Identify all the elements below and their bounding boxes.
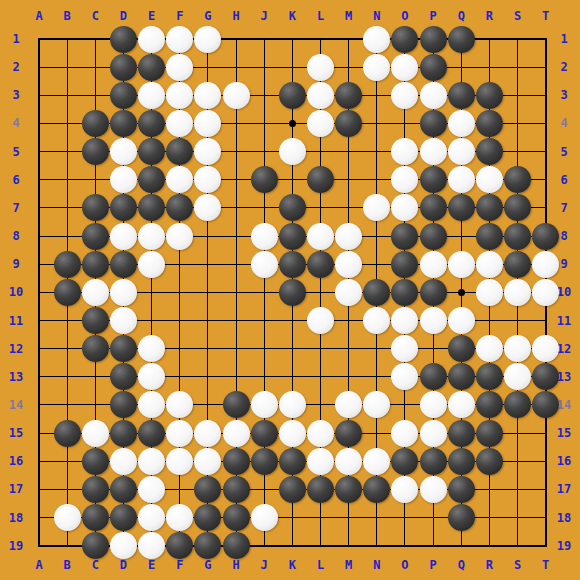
stone-white-g3[interactable] bbox=[194, 82, 221, 109]
stone-black-p13[interactable] bbox=[420, 363, 447, 390]
stone-white-m9[interactable] bbox=[335, 251, 362, 278]
stone-white-l4[interactable] bbox=[307, 110, 334, 137]
stone-white-s12[interactable] bbox=[504, 335, 531, 362]
stone-white-l2[interactable] bbox=[307, 54, 334, 81]
col-label-bottom-g: G bbox=[198, 557, 218, 573]
stone-black-k3[interactable] bbox=[279, 82, 306, 109]
stone-white-l15[interactable] bbox=[307, 420, 334, 447]
stone-black-r5[interactable] bbox=[476, 138, 503, 165]
col-label-top-m: M bbox=[339, 8, 359, 24]
stone-black-p10[interactable] bbox=[420, 279, 447, 306]
stone-black-l9[interactable] bbox=[307, 251, 334, 278]
stone-white-f3[interactable] bbox=[166, 82, 193, 109]
stone-black-d2[interactable] bbox=[110, 54, 137, 81]
stone-black-b10[interactable] bbox=[54, 279, 81, 306]
stone-white-q14[interactable] bbox=[448, 391, 475, 418]
stone-black-d3[interactable] bbox=[110, 82, 137, 109]
stone-white-k15[interactable] bbox=[279, 420, 306, 447]
stone-white-s13[interactable] bbox=[504, 363, 531, 390]
stone-white-g1[interactable] bbox=[194, 26, 221, 53]
stone-white-m14[interactable] bbox=[335, 391, 362, 418]
stone-white-t10[interactable] bbox=[532, 279, 559, 306]
stone-black-m4[interactable] bbox=[335, 110, 362, 137]
stone-white-d16[interactable] bbox=[110, 448, 137, 475]
stone-black-q16[interactable] bbox=[448, 448, 475, 475]
stone-black-b15[interactable] bbox=[54, 420, 81, 447]
col-label-bottom-t: T bbox=[536, 557, 556, 573]
col-label-top-o: O bbox=[395, 8, 415, 24]
stone-black-p4[interactable] bbox=[420, 110, 447, 137]
stone-black-g18[interactable] bbox=[194, 504, 221, 531]
col-label-bottom-f: F bbox=[170, 557, 190, 573]
stone-black-d9[interactable] bbox=[110, 251, 137, 278]
stone-white-n2[interactable] bbox=[363, 54, 390, 81]
stone-white-d5[interactable] bbox=[110, 138, 137, 165]
stone-black-q7[interactable] bbox=[448, 194, 475, 221]
col-label-top-g: G bbox=[198, 8, 218, 24]
stone-black-d7[interactable] bbox=[110, 194, 137, 221]
stone-black-j16[interactable] bbox=[251, 448, 278, 475]
stone-white-o6[interactable] bbox=[391, 166, 418, 193]
stone-black-b9[interactable] bbox=[54, 251, 81, 278]
row-label-right-6: 6 bbox=[551, 172, 577, 188]
stone-black-c4[interactable] bbox=[82, 110, 109, 137]
stone-white-e19[interactable] bbox=[138, 532, 165, 559]
stone-white-q9[interactable] bbox=[448, 251, 475, 278]
stone-white-m10[interactable] bbox=[335, 279, 362, 306]
stone-black-q12[interactable] bbox=[448, 335, 475, 362]
stone-white-k14[interactable] bbox=[279, 391, 306, 418]
stone-black-r3[interactable] bbox=[476, 82, 503, 109]
stone-black-k17[interactable] bbox=[279, 476, 306, 503]
star-point-k4 bbox=[289, 120, 296, 127]
row-label-left-11: 11 bbox=[3, 313, 29, 329]
go-board[interactable]: AABBCCDDEEFFGGHHJJKKLLMMNNOOPPQQRRSSTT11… bbox=[0, 0, 580, 580]
row-label-right-17: 17 bbox=[551, 481, 577, 497]
row-label-left-6: 6 bbox=[3, 172, 29, 188]
stone-white-p3[interactable] bbox=[420, 82, 447, 109]
row-label-right-11: 11 bbox=[551, 313, 577, 329]
stone-white-c15[interactable] bbox=[82, 420, 109, 447]
stone-black-d18[interactable] bbox=[110, 504, 137, 531]
stone-white-e9[interactable] bbox=[138, 251, 165, 278]
stone-white-g15[interactable] bbox=[194, 420, 221, 447]
stone-white-r12[interactable] bbox=[476, 335, 503, 362]
stone-black-d12[interactable] bbox=[110, 335, 137, 362]
col-label-top-f: F bbox=[170, 8, 190, 24]
stone-white-p5[interactable] bbox=[420, 138, 447, 165]
stone-white-d11[interactable] bbox=[110, 307, 137, 334]
stone-white-o11[interactable] bbox=[391, 307, 418, 334]
stone-white-p17[interactable] bbox=[420, 476, 447, 503]
stone-white-j18[interactable] bbox=[251, 504, 278, 531]
col-label-bottom-m: M bbox=[339, 557, 359, 573]
stone-white-f6[interactable] bbox=[166, 166, 193, 193]
row-label-left-7: 7 bbox=[3, 200, 29, 216]
col-label-bottom-h: H bbox=[226, 557, 246, 573]
stone-white-o17[interactable] bbox=[391, 476, 418, 503]
col-label-top-r: R bbox=[479, 8, 499, 24]
stone-black-j15[interactable] bbox=[251, 420, 278, 447]
stone-white-d19[interactable] bbox=[110, 532, 137, 559]
row-label-right-18: 18 bbox=[551, 510, 577, 526]
col-label-top-d: D bbox=[113, 8, 133, 24]
stone-white-f8[interactable] bbox=[166, 223, 193, 250]
stone-black-d4[interactable] bbox=[110, 110, 137, 137]
stone-white-e1[interactable] bbox=[138, 26, 165, 53]
stone-black-p7[interactable] bbox=[420, 194, 447, 221]
stone-black-p1[interactable] bbox=[420, 26, 447, 53]
stone-white-g4[interactable] bbox=[194, 110, 221, 137]
col-label-top-s: S bbox=[508, 8, 528, 24]
stone-white-t12[interactable] bbox=[532, 335, 559, 362]
stone-black-c16[interactable] bbox=[82, 448, 109, 475]
row-label-left-9: 9 bbox=[3, 256, 29, 272]
col-label-top-k: K bbox=[282, 8, 302, 24]
stone-white-f14[interactable] bbox=[166, 391, 193, 418]
stone-black-f5[interactable] bbox=[166, 138, 193, 165]
row-label-left-2: 2 bbox=[3, 59, 29, 75]
col-label-bottom-s: S bbox=[508, 557, 528, 573]
stone-white-p14[interactable] bbox=[420, 391, 447, 418]
stone-white-o3[interactable] bbox=[391, 82, 418, 109]
stone-black-t8[interactable] bbox=[532, 223, 559, 250]
row-label-right-15: 15 bbox=[551, 425, 577, 441]
stone-white-j14[interactable] bbox=[251, 391, 278, 418]
stone-white-e13[interactable] bbox=[138, 363, 165, 390]
stone-black-c7[interactable] bbox=[82, 194, 109, 221]
stone-black-q15[interactable] bbox=[448, 420, 475, 447]
stone-white-n1[interactable] bbox=[363, 26, 390, 53]
stone-black-d14[interactable] bbox=[110, 391, 137, 418]
row-label-right-5: 5 bbox=[551, 144, 577, 160]
col-label-top-c: C bbox=[85, 8, 105, 24]
stone-black-c11[interactable] bbox=[82, 307, 109, 334]
stone-black-o10[interactable] bbox=[391, 279, 418, 306]
stone-black-q3[interactable] bbox=[448, 82, 475, 109]
stone-white-p9[interactable] bbox=[420, 251, 447, 278]
row-label-left-14: 14 bbox=[3, 397, 29, 413]
stone-white-d10[interactable] bbox=[110, 279, 137, 306]
stone-white-d8[interactable] bbox=[110, 223, 137, 250]
col-label-top-b: B bbox=[57, 8, 77, 24]
row-label-right-19: 19 bbox=[551, 538, 577, 554]
stone-white-n16[interactable] bbox=[363, 448, 390, 475]
stone-black-c5[interactable] bbox=[82, 138, 109, 165]
stone-black-r16[interactable] bbox=[476, 448, 503, 475]
stone-white-l16[interactable] bbox=[307, 448, 334, 475]
stone-black-e2[interactable] bbox=[138, 54, 165, 81]
stone-black-t13[interactable] bbox=[532, 363, 559, 390]
stone-black-d13[interactable] bbox=[110, 363, 137, 390]
stone-black-c8[interactable] bbox=[82, 223, 109, 250]
stone-black-m17[interactable] bbox=[335, 476, 362, 503]
stone-black-d15[interactable] bbox=[110, 420, 137, 447]
stone-white-l3[interactable] bbox=[307, 82, 334, 109]
col-label-bottom-k: K bbox=[282, 557, 302, 573]
stone-black-m15[interactable] bbox=[335, 420, 362, 447]
stone-white-m8[interactable] bbox=[335, 223, 362, 250]
stone-white-g7[interactable] bbox=[194, 194, 221, 221]
col-label-top-p: P bbox=[423, 8, 443, 24]
row-label-left-19: 19 bbox=[3, 538, 29, 554]
row-label-left-16: 16 bbox=[3, 453, 29, 469]
stone-black-e5[interactable] bbox=[138, 138, 165, 165]
col-label-bottom-q: Q bbox=[451, 557, 471, 573]
stone-black-p2[interactable] bbox=[420, 54, 447, 81]
row-label-left-8: 8 bbox=[3, 228, 29, 244]
stone-black-r7[interactable] bbox=[476, 194, 503, 221]
row-label-left-18: 18 bbox=[3, 510, 29, 526]
stone-white-p11[interactable] bbox=[420, 307, 447, 334]
stone-white-f16[interactable] bbox=[166, 448, 193, 475]
stone-white-h15[interactable] bbox=[223, 420, 250, 447]
stone-black-d1[interactable] bbox=[110, 26, 137, 53]
stone-white-q6[interactable] bbox=[448, 166, 475, 193]
stone-black-e15[interactable] bbox=[138, 420, 165, 447]
stone-white-o15[interactable] bbox=[391, 420, 418, 447]
col-label-bottom-o: O bbox=[395, 557, 415, 573]
stone-white-e14[interactable] bbox=[138, 391, 165, 418]
stone-black-m3[interactable] bbox=[335, 82, 362, 109]
stone-black-k10[interactable] bbox=[279, 279, 306, 306]
stone-black-s7[interactable] bbox=[504, 194, 531, 221]
col-label-bottom-r: R bbox=[479, 557, 499, 573]
col-label-top-a: A bbox=[29, 8, 49, 24]
row-label-left-13: 13 bbox=[3, 369, 29, 385]
stone-white-d6[interactable] bbox=[110, 166, 137, 193]
stone-black-n17[interactable] bbox=[363, 476, 390, 503]
stone-black-h18[interactable] bbox=[223, 504, 250, 531]
stone-white-g6[interactable] bbox=[194, 166, 221, 193]
row-label-left-1: 1 bbox=[3, 31, 29, 47]
stone-white-f4[interactable] bbox=[166, 110, 193, 137]
stone-white-t9[interactable] bbox=[532, 251, 559, 278]
stone-white-l8[interactable] bbox=[307, 223, 334, 250]
stone-white-q11[interactable] bbox=[448, 307, 475, 334]
stone-black-c18[interactable] bbox=[82, 504, 109, 531]
stone-white-g5[interactable] bbox=[194, 138, 221, 165]
stone-black-f7[interactable] bbox=[166, 194, 193, 221]
stone-white-f18[interactable] bbox=[166, 504, 193, 531]
stone-black-l6[interactable] bbox=[307, 166, 334, 193]
stone-black-c19[interactable] bbox=[82, 532, 109, 559]
stone-black-s6[interactable] bbox=[504, 166, 531, 193]
stone-black-r8[interactable] bbox=[476, 223, 503, 250]
row-label-right-3: 3 bbox=[551, 87, 577, 103]
stone-white-f1[interactable] bbox=[166, 26, 193, 53]
stone-black-c17[interactable] bbox=[82, 476, 109, 503]
stone-black-c12[interactable] bbox=[82, 335, 109, 362]
stone-white-l11[interactable] bbox=[307, 307, 334, 334]
stone-black-e6[interactable] bbox=[138, 166, 165, 193]
stone-white-o13[interactable] bbox=[391, 363, 418, 390]
stone-white-j9[interactable] bbox=[251, 251, 278, 278]
stone-black-e7[interactable] bbox=[138, 194, 165, 221]
col-label-bottom-e: E bbox=[142, 557, 162, 573]
col-label-bottom-c: C bbox=[85, 557, 105, 573]
stone-black-f19[interactable] bbox=[166, 532, 193, 559]
stone-white-n14[interactable] bbox=[363, 391, 390, 418]
stone-black-o9[interactable] bbox=[391, 251, 418, 278]
stone-black-k16[interactable] bbox=[279, 448, 306, 475]
stone-white-r9[interactable] bbox=[476, 251, 503, 278]
row-label-left-10: 10 bbox=[3, 284, 29, 300]
stone-black-r13[interactable] bbox=[476, 363, 503, 390]
stone-white-p15[interactable] bbox=[420, 420, 447, 447]
stone-black-q13[interactable] bbox=[448, 363, 475, 390]
stone-white-q5[interactable] bbox=[448, 138, 475, 165]
col-label-top-q: Q bbox=[451, 8, 471, 24]
stone-white-f15[interactable] bbox=[166, 420, 193, 447]
stone-black-r14[interactable] bbox=[476, 391, 503, 418]
stone-white-e3[interactable] bbox=[138, 82, 165, 109]
stone-white-o12[interactable] bbox=[391, 335, 418, 362]
row-label-right-4: 4 bbox=[551, 115, 577, 131]
col-label-bottom-d: D bbox=[113, 557, 133, 573]
stone-black-s8[interactable] bbox=[504, 223, 531, 250]
stone-black-p16[interactable] bbox=[420, 448, 447, 475]
col-label-top-e: E bbox=[142, 8, 162, 24]
stone-white-c10[interactable] bbox=[82, 279, 109, 306]
stone-black-q17[interactable] bbox=[448, 476, 475, 503]
col-label-bottom-b: B bbox=[57, 557, 77, 573]
stone-white-e18[interactable] bbox=[138, 504, 165, 531]
row-label-left-5: 5 bbox=[3, 144, 29, 160]
stone-black-o8[interactable] bbox=[391, 223, 418, 250]
stone-white-n7[interactable] bbox=[363, 194, 390, 221]
stone-white-e12[interactable] bbox=[138, 335, 165, 362]
stone-black-d17[interactable] bbox=[110, 476, 137, 503]
col-label-top-h: H bbox=[226, 8, 246, 24]
stone-white-m16[interactable] bbox=[335, 448, 362, 475]
stone-white-r6[interactable] bbox=[476, 166, 503, 193]
stone-white-g16[interactable] bbox=[194, 448, 221, 475]
stone-black-p6[interactable] bbox=[420, 166, 447, 193]
stone-white-e17[interactable] bbox=[138, 476, 165, 503]
row-label-left-12: 12 bbox=[3, 341, 29, 357]
col-label-top-n: N bbox=[367, 8, 387, 24]
stone-black-q18[interactable] bbox=[448, 504, 475, 531]
stone-black-g19[interactable] bbox=[194, 532, 221, 559]
stone-black-l17[interactable] bbox=[307, 476, 334, 503]
stone-black-s9[interactable] bbox=[504, 251, 531, 278]
col-label-bottom-a: A bbox=[29, 557, 49, 573]
row-label-left-4: 4 bbox=[3, 115, 29, 131]
stone-black-r4[interactable] bbox=[476, 110, 503, 137]
stone-white-k5[interactable] bbox=[279, 138, 306, 165]
stone-black-o16[interactable] bbox=[391, 448, 418, 475]
stone-black-n10[interactable] bbox=[363, 279, 390, 306]
stone-black-t14[interactable] bbox=[532, 391, 559, 418]
stone-white-e8[interactable] bbox=[138, 223, 165, 250]
row-label-right-16: 16 bbox=[551, 453, 577, 469]
stone-black-q1[interactable] bbox=[448, 26, 475, 53]
stone-black-h19[interactable] bbox=[223, 532, 250, 559]
stone-white-q4[interactable] bbox=[448, 110, 475, 137]
row-label-left-3: 3 bbox=[3, 87, 29, 103]
stone-black-k7[interactable] bbox=[279, 194, 306, 221]
stone-white-s10[interactable] bbox=[504, 279, 531, 306]
stone-black-k8[interactable] bbox=[279, 223, 306, 250]
stone-black-s14[interactable] bbox=[504, 391, 531, 418]
stone-black-c9[interactable] bbox=[82, 251, 109, 278]
col-label-top-t: T bbox=[536, 8, 556, 24]
row-label-left-17: 17 bbox=[3, 481, 29, 497]
col-label-bottom-n: N bbox=[367, 557, 387, 573]
stone-black-e4[interactable] bbox=[138, 110, 165, 137]
col-label-top-j: J bbox=[254, 8, 274, 24]
col-label-bottom-l: L bbox=[311, 557, 331, 573]
stone-black-o1[interactable] bbox=[391, 26, 418, 53]
stone-black-h14[interactable] bbox=[223, 391, 250, 418]
stone-black-k9[interactable] bbox=[279, 251, 306, 278]
stone-white-o7[interactable] bbox=[391, 194, 418, 221]
row-label-right-7: 7 bbox=[551, 200, 577, 216]
stone-white-j8[interactable] bbox=[251, 223, 278, 250]
star-point-q10 bbox=[458, 289, 465, 296]
stone-black-h16[interactable] bbox=[223, 448, 250, 475]
col-label-top-l: L bbox=[311, 8, 331, 24]
stone-white-o5[interactable] bbox=[391, 138, 418, 165]
stone-white-r10[interactable] bbox=[476, 279, 503, 306]
stone-black-p8[interactable] bbox=[420, 223, 447, 250]
stone-white-n11[interactable] bbox=[363, 307, 390, 334]
col-label-bottom-j: J bbox=[254, 557, 274, 573]
stone-black-g17[interactable] bbox=[194, 476, 221, 503]
stone-white-o2[interactable] bbox=[391, 54, 418, 81]
stone-black-h17[interactable] bbox=[223, 476, 250, 503]
stone-white-e16[interactable] bbox=[138, 448, 165, 475]
col-label-bottom-p: P bbox=[423, 557, 443, 573]
stone-white-f2[interactable] bbox=[166, 54, 193, 81]
stone-black-r15[interactable] bbox=[476, 420, 503, 447]
row-label-left-15: 15 bbox=[3, 425, 29, 441]
stone-white-h3[interactable] bbox=[223, 82, 250, 109]
stone-black-j6[interactable] bbox=[251, 166, 278, 193]
row-label-right-1: 1 bbox=[551, 31, 577, 47]
row-label-right-2: 2 bbox=[551, 59, 577, 75]
stone-white-b18[interactable] bbox=[54, 504, 81, 531]
